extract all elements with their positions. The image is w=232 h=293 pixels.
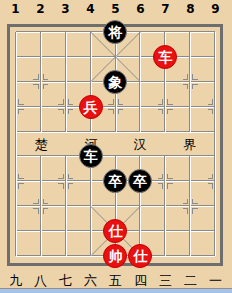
- piece-black-general[interactable]: 将: [103, 20, 127, 44]
- piece-red-chariot[interactable]: 车: [153, 45, 177, 69]
- file-label-bottom-5: 五: [103, 273, 128, 288]
- file-label-bottom-6: 六: [78, 273, 103, 288]
- piece-black-soldier-1[interactable]: 卒: [103, 169, 127, 193]
- piece-black-chariot[interactable]: 车: [79, 144, 103, 168]
- piece-red-advisor-1[interactable]: 仕: [103, 219, 127, 243]
- board-grid[interactable]: 将车象兵车卒卒仕帅仕: [4, 20, 228, 269]
- file-label-bottom-3: 三: [153, 273, 178, 288]
- file-label-bottom-2: 二: [178, 273, 203, 288]
- file-label-bottom-7: 七: [53, 273, 78, 288]
- piece-red-general[interactable]: 帅: [103, 244, 127, 268]
- xiangqi-board-screen: 1 2 3 4 5 6 7 8 9 楚 河 汉 界 将车象兵车卒卒仕帅仕 九 八…: [0, 0, 232, 293]
- piece-black-elephant[interactable]: 象: [103, 70, 127, 94]
- file-label-bottom-8: 八: [28, 273, 53, 288]
- piece-red-soldier[interactable]: 兵: [79, 95, 103, 119]
- piece-black-soldier-2[interactable]: 卒: [128, 169, 152, 193]
- file-label-bottom-9: 九: [3, 273, 28, 288]
- file-label-bottom-1: 一: [203, 273, 228, 288]
- piece-red-advisor-2[interactable]: 仕: [128, 244, 152, 268]
- file-label-bottom-4: 四: [128, 273, 153, 288]
- window-bottom-strip: [0, 288, 232, 293]
